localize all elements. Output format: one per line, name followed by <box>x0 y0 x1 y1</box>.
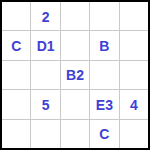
cell-r2-c2[interactable]: D1 <box>31 31 59 59</box>
cell-r4-c3[interactable] <box>61 90 89 118</box>
cell-r4-c4[interactable]: E3 <box>90 90 118 118</box>
cell-r3-c5[interactable] <box>120 61 148 89</box>
cell-r1-c5[interactable] <box>120 2 148 30</box>
cell-r5-c5[interactable] <box>120 120 148 148</box>
cell-r3-c2[interactable] <box>31 61 59 89</box>
cell-r4-c2[interactable]: 5 <box>31 90 59 118</box>
cell-r1-c3[interactable] <box>61 2 89 30</box>
cell-r5-c1[interactable] <box>2 120 30 148</box>
cell-r1-c4[interactable] <box>90 2 118 30</box>
cell-r1-c1[interactable] <box>2 2 30 30</box>
cell-r2-c4[interactable]: B <box>90 31 118 59</box>
cell-r5-c3[interactable] <box>61 120 89 148</box>
cell-r3-c1[interactable] <box>2 61 30 89</box>
cell-r4-c1[interactable] <box>2 90 30 118</box>
cell-r5-c2[interactable] <box>31 120 59 148</box>
cell-r1-c2[interactable]: 2 <box>31 2 59 30</box>
cell-r3-c4[interactable] <box>90 61 118 89</box>
cell-r2-c1[interactable]: C <box>2 31 30 59</box>
cell-r4-c5[interactable]: 4 <box>120 90 148 118</box>
cell-r5-c4[interactable]: C <box>90 120 118 148</box>
cell-r2-c3[interactable] <box>61 31 89 59</box>
cell-r2-c5[interactable] <box>120 31 148 59</box>
eulero-board: 2 C D1 B B2 5 E3 4 C <box>0 0 150 150</box>
cell-r3-c3[interactable]: B2 <box>61 61 89 89</box>
